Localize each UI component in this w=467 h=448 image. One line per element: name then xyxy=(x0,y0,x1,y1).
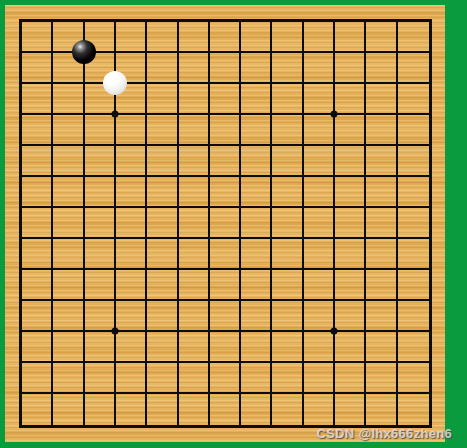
board-cell xyxy=(304,84,335,115)
board-cell xyxy=(304,301,335,332)
board-cell xyxy=(116,301,147,332)
board-cell xyxy=(116,239,147,270)
goban xyxy=(5,5,445,442)
board-cell xyxy=(241,332,272,363)
board-cell xyxy=(53,239,84,270)
board-cell xyxy=(272,301,303,332)
board-cell xyxy=(210,115,241,146)
board-cell xyxy=(147,22,178,53)
board-cell xyxy=(147,239,178,270)
board-cell xyxy=(147,208,178,239)
board-cell xyxy=(304,22,335,53)
board-cell xyxy=(85,301,116,332)
board-cell xyxy=(179,84,210,115)
board-cell xyxy=(116,363,147,394)
board-cell xyxy=(304,332,335,363)
board-cell xyxy=(366,22,397,53)
board-cell xyxy=(22,239,53,270)
board-cell xyxy=(366,394,397,425)
board-cell xyxy=(304,115,335,146)
board-cell xyxy=(304,53,335,84)
board-cell xyxy=(210,301,241,332)
board-cell xyxy=(22,208,53,239)
board-cell xyxy=(85,394,116,425)
board-cell xyxy=(335,53,366,84)
board-cell xyxy=(398,239,429,270)
board-cell xyxy=(85,146,116,177)
board-cell xyxy=(22,115,53,146)
board-cell xyxy=(210,270,241,301)
board-cell xyxy=(22,84,53,115)
board-cell xyxy=(210,177,241,208)
board-cell xyxy=(304,363,335,394)
star-point xyxy=(331,328,338,335)
board-cell xyxy=(53,332,84,363)
board-cell xyxy=(147,53,178,84)
board-cell xyxy=(398,363,429,394)
board-cell xyxy=(22,394,53,425)
board-cell xyxy=(272,22,303,53)
board-cell xyxy=(22,332,53,363)
board-cell xyxy=(398,332,429,363)
board-cell xyxy=(53,394,84,425)
board-cell xyxy=(366,239,397,270)
board-cell xyxy=(366,301,397,332)
board-cell xyxy=(147,301,178,332)
board-cell xyxy=(210,22,241,53)
board-cell xyxy=(366,332,397,363)
board-grid[interactable] xyxy=(19,19,432,428)
board-cell xyxy=(304,208,335,239)
board-cell xyxy=(210,394,241,425)
board-cell xyxy=(241,177,272,208)
board-cell xyxy=(398,301,429,332)
board-cell xyxy=(179,208,210,239)
board-cell xyxy=(241,239,272,270)
board-cell xyxy=(366,177,397,208)
board-cell xyxy=(241,84,272,115)
board-cell xyxy=(366,84,397,115)
board-cell xyxy=(241,22,272,53)
board-cell xyxy=(272,53,303,84)
board-cell xyxy=(272,84,303,115)
white-stone xyxy=(103,71,127,95)
board-cell xyxy=(179,270,210,301)
board-cell xyxy=(179,363,210,394)
board-cell xyxy=(272,239,303,270)
board-cell xyxy=(53,301,84,332)
board-cell xyxy=(210,84,241,115)
board-cell xyxy=(22,22,53,53)
board-cell xyxy=(85,332,116,363)
watermark: CSDN @lhx666zhen6 xyxy=(316,426,452,441)
board-cell xyxy=(398,115,429,146)
board-cell xyxy=(241,394,272,425)
board-cell xyxy=(366,208,397,239)
board-cell xyxy=(147,146,178,177)
board-cell xyxy=(241,115,272,146)
star-point xyxy=(111,328,118,335)
board-cell xyxy=(147,270,178,301)
board-cell xyxy=(210,239,241,270)
board-cell xyxy=(335,239,366,270)
star-point xyxy=(111,111,118,118)
board-cell xyxy=(272,146,303,177)
board-cell xyxy=(335,301,366,332)
board-cell xyxy=(53,208,84,239)
board-cell xyxy=(179,177,210,208)
board-cell xyxy=(22,146,53,177)
board-cell xyxy=(272,270,303,301)
board-cell xyxy=(398,208,429,239)
board-cell xyxy=(241,208,272,239)
board-cell xyxy=(179,239,210,270)
board-cell xyxy=(85,270,116,301)
board-cell xyxy=(335,363,366,394)
board-cell xyxy=(272,363,303,394)
star-point xyxy=(331,111,338,118)
board-cell xyxy=(147,332,178,363)
board-cell xyxy=(398,177,429,208)
board-cell xyxy=(335,84,366,115)
board-cell xyxy=(366,53,397,84)
board-cell xyxy=(85,239,116,270)
board-cell xyxy=(335,177,366,208)
board-cell xyxy=(366,115,397,146)
board-cell xyxy=(85,208,116,239)
board-cell xyxy=(335,22,366,53)
board-cell xyxy=(241,146,272,177)
board-cell xyxy=(53,115,84,146)
board-cell xyxy=(304,177,335,208)
board-cell xyxy=(116,177,147,208)
board-cell xyxy=(241,270,272,301)
board-cell xyxy=(85,177,116,208)
board-cell xyxy=(116,394,147,425)
board-cell xyxy=(304,239,335,270)
board-cell xyxy=(304,270,335,301)
board-cell xyxy=(116,208,147,239)
board-cell xyxy=(53,270,84,301)
board-cell xyxy=(335,270,366,301)
board-cell xyxy=(272,177,303,208)
board-cell xyxy=(147,394,178,425)
board-cell xyxy=(272,332,303,363)
board-cell xyxy=(210,146,241,177)
board-cell xyxy=(116,146,147,177)
board-cell xyxy=(22,270,53,301)
board-cell xyxy=(22,177,53,208)
board-cell xyxy=(53,363,84,394)
board-cell xyxy=(241,53,272,84)
board-cell xyxy=(335,208,366,239)
board-cell xyxy=(272,115,303,146)
board-cell xyxy=(116,270,147,301)
black-stone xyxy=(72,40,96,64)
board-cell xyxy=(241,363,272,394)
board-cell xyxy=(116,332,147,363)
board-cell xyxy=(366,363,397,394)
board-cell xyxy=(179,115,210,146)
board-cell xyxy=(22,301,53,332)
board-cell xyxy=(398,270,429,301)
board-cell xyxy=(85,115,116,146)
board-cell xyxy=(398,84,429,115)
board-cell xyxy=(398,53,429,84)
board-cell xyxy=(335,146,366,177)
board-cell xyxy=(116,22,147,53)
board-cell xyxy=(335,394,366,425)
board-cell xyxy=(272,208,303,239)
board-cell xyxy=(304,146,335,177)
board-cell xyxy=(147,84,178,115)
board-cell xyxy=(116,115,147,146)
board-cell xyxy=(366,146,397,177)
board-cell xyxy=(179,146,210,177)
board-cell xyxy=(179,53,210,84)
board-cell xyxy=(179,332,210,363)
board-cell xyxy=(22,363,53,394)
board-cell xyxy=(335,332,366,363)
board-cell xyxy=(147,177,178,208)
board-cell xyxy=(53,84,84,115)
board-cell xyxy=(22,53,53,84)
board-cell xyxy=(210,208,241,239)
board-cell xyxy=(179,301,210,332)
board-cell xyxy=(272,394,303,425)
board-cell xyxy=(210,363,241,394)
board-cell xyxy=(147,115,178,146)
board-cell xyxy=(53,177,84,208)
board-cell xyxy=(85,363,116,394)
board-cell xyxy=(179,22,210,53)
board-cell xyxy=(366,270,397,301)
board-cell xyxy=(210,53,241,84)
board-cell xyxy=(241,301,272,332)
board-cell xyxy=(179,394,210,425)
board-cell xyxy=(398,146,429,177)
board-cell xyxy=(53,146,84,177)
board-cell xyxy=(304,394,335,425)
board-cell xyxy=(398,394,429,425)
board-cell xyxy=(147,363,178,394)
board-cell xyxy=(398,22,429,53)
board-cell xyxy=(210,332,241,363)
board-cell xyxy=(335,115,366,146)
